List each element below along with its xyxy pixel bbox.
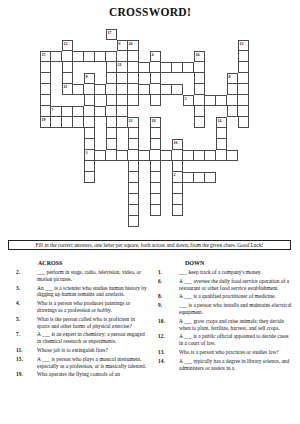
grid-cell[interactable]: 12 [62, 40, 73, 51]
clue-number: 12. [158, 333, 179, 347]
clue-text: An ___ is a scientist who studies human … [37, 285, 147, 299]
clue-number: 3. [16, 285, 37, 299]
grid-cell[interactable] [40, 84, 51, 95]
grid-cell[interactable]: 4 [150, 51, 161, 62]
cell-number: 12 [64, 41, 68, 46]
grid-cell[interactable] [73, 106, 84, 117]
grid-cell[interactable] [106, 73, 117, 84]
clue-number: 15. [16, 356, 37, 370]
grid-cell[interactable] [128, 84, 139, 95]
clue-number: 4. [16, 300, 37, 314]
grid-cell[interactable] [128, 51, 139, 62]
clue-text: ___ keep track of a company's money. [179, 269, 294, 276]
grid-cell[interactable] [161, 150, 172, 161]
grid-cell[interactable] [106, 117, 117, 128]
clue-text: A ___ is a qualified practitioner of med… [179, 293, 294, 300]
grid-cell[interactable] [150, 62, 161, 73]
grid-cell[interactable] [62, 62, 73, 73]
grid-cell[interactable] [227, 84, 238, 95]
down-clue: 6.A ___ oversee the daily food service o… [158, 278, 294, 292]
cell-number: 8 [229, 74, 231, 79]
grid-cell[interactable] [84, 128, 95, 139]
grid-cell[interactable] [183, 62, 194, 73]
grid-cell[interactable] [150, 95, 161, 106]
grid-cell[interactable] [194, 73, 205, 84]
grid-cell[interactable] [117, 117, 128, 128]
grid-cell[interactable] [128, 205, 139, 216]
grid-cell[interactable] [150, 73, 161, 84]
worksheet-page: CROSSWORD! 17126201315410219811571923181… [0, 0, 300, 424]
grid-cell[interactable] [117, 51, 128, 62]
grid-cell[interactable] [128, 216, 139, 227]
cell-number: 21 [118, 62, 122, 67]
grid-cell[interactable] [62, 117, 73, 128]
grid-cell[interactable] [172, 183, 183, 194]
grid-cell[interactable] [238, 84, 249, 95]
grid-cell[interactable] [150, 150, 161, 161]
grid-cell[interactable] [150, 161, 161, 172]
clue-text: A ___ is an expert in chemistry; a perso… [37, 331, 147, 345]
grid-cell[interactable]: 16 [172, 139, 183, 150]
grid-cell[interactable]: 6 [117, 40, 128, 51]
down-clue-list: 1.___ keep track of a company's money.6.… [158, 269, 294, 373]
clue-text: Who operates the flying controls of an [37, 371, 147, 378]
down-clue: 14.A ___ typically has a degree in libra… [158, 358, 294, 372]
grid-cell[interactable] [128, 172, 139, 183]
grid-cell[interactable] [238, 62, 249, 73]
grid-cell[interactable] [128, 194, 139, 205]
down-clue: 8.A ___ is a qualified practitioner of m… [158, 293, 294, 300]
grid-cell[interactable] [73, 51, 84, 62]
grid-cell[interactable] [161, 62, 172, 73]
grid-cell[interactable] [84, 51, 95, 62]
grid-cell[interactable] [51, 51, 62, 62]
grid-cell[interactable] [227, 150, 238, 161]
grid-cell[interactable] [117, 106, 128, 117]
grid-cell[interactable]: 19 [40, 117, 51, 128]
grid-cell[interactable] [150, 84, 161, 95]
across-clue: 11.Whose job is to extinguish fires? [16, 347, 147, 354]
across-clue: 2.___ perform in stage, radio, televisio… [16, 269, 147, 283]
grid-cell[interactable] [95, 106, 106, 117]
down-clue: 1.___ keep track of a company's money. [158, 269, 294, 276]
cell-number: 20 [129, 41, 133, 46]
clue-number: 5. [16, 316, 37, 330]
grid-cell[interactable] [106, 139, 117, 150]
grid-cell[interactable] [84, 84, 95, 95]
grid-cell[interactable] [238, 51, 249, 62]
grid-cell[interactable] [150, 128, 161, 139]
grid-cell[interactable] [117, 73, 128, 84]
grid-cell[interactable] [227, 95, 238, 106]
clue-text: What is the person called who is profici… [37, 316, 147, 330]
grid-cell[interactable] [73, 117, 84, 128]
grid-cell[interactable] [51, 117, 62, 128]
across-clue: 4.Who is a person who produces paintings… [16, 300, 147, 314]
grid-cell[interactable] [84, 106, 95, 117]
cell-number: 5 [185, 96, 187, 101]
clue-text: A ___ oversee the daily food service ope… [179, 278, 294, 292]
grid-cell[interactable]: 18 [150, 117, 161, 128]
grid-cell[interactable] [84, 139, 95, 150]
down-header: DOWN [185, 260, 204, 266]
grid-cell[interactable] [128, 73, 139, 84]
grid-cell[interactable] [106, 51, 117, 62]
across-header: ACROSS [38, 260, 62, 266]
grid-cell[interactable] [106, 62, 117, 73]
grid-cell[interactable] [172, 161, 183, 172]
clue-text: A ___ is a public official appointed to … [179, 333, 294, 347]
clue-number: 19. [16, 371, 37, 378]
grid-cell[interactable] [139, 150, 150, 161]
clue-number: 11. [16, 347, 37, 354]
cell-number: 11 [64, 84, 68, 89]
cell-number: 9 [86, 74, 88, 79]
grid-cell[interactable] [194, 150, 205, 161]
grid-cell[interactable] [40, 106, 51, 117]
across-clue: 15.A ___ is person who plays a musical i… [16, 356, 147, 370]
cell-number: 4 [152, 52, 154, 57]
clue-number: 6. [158, 278, 179, 292]
cell-number: 17 [108, 30, 112, 35]
grid-cell[interactable] [172, 205, 183, 216]
cell-number: 7 [52, 107, 54, 112]
grid-cell[interactable]: 20 [128, 40, 139, 51]
grid-cell[interactable] [150, 183, 161, 194]
down-clue: 12.A ___ is a public official appointed … [158, 333, 294, 347]
grid-cell[interactable] [128, 139, 139, 150]
cell-number: 19 [42, 117, 46, 122]
grid-cell[interactable] [150, 139, 161, 150]
grid-cell[interactable]: 5 [183, 95, 194, 106]
grid-cell[interactable] [84, 161, 95, 172]
clue-text: Who is a person who produces paintings o… [37, 300, 147, 314]
grid-cell[interactable] [84, 172, 95, 183]
grid-cell[interactable] [172, 194, 183, 205]
grid-cell[interactable] [172, 150, 183, 161]
cell-number: 23 [129, 118, 133, 123]
cell-number: 10 [196, 52, 200, 57]
grid-cell[interactable] [40, 62, 51, 73]
grid-cell[interactable] [161, 84, 172, 95]
grid-cell[interactable]: 8 [227, 73, 238, 84]
grid-cell[interactable] [106, 150, 117, 161]
grid-cell[interactable] [216, 150, 227, 161]
across-clue: 7.A ___ is an expert in chemistry; a per… [16, 331, 147, 345]
across-clue: 5.What is the person called who is profi… [16, 316, 147, 330]
grid-cell[interactable]: 9 [84, 73, 95, 84]
grid-cell[interactable]: 11 [62, 84, 73, 95]
cell-number: 16 [174, 140, 178, 145]
grid-cell[interactable] [62, 73, 73, 84]
grid-cell[interactable] [128, 95, 139, 106]
grid-cell[interactable]: 3 [84, 150, 95, 161]
clue-text: A ___ grow crops and raise animals; they… [179, 318, 294, 332]
grid-cell[interactable] [139, 84, 150, 95]
grid-cell[interactable]: 10 [194, 51, 205, 62]
clue-text: Who is a person who practices or studies… [179, 349, 294, 356]
clue-text: Whose job is to extinguish fires? [37, 347, 147, 354]
grid-cell[interactable] [84, 117, 95, 128]
clue-text: A ___ is person who plays a musical inst… [37, 356, 147, 370]
grid-cell[interactable]: 21 [117, 62, 128, 73]
across-clue: 19.Who operates the flying controls of a… [16, 371, 147, 378]
grid-cell[interactable] [216, 95, 227, 106]
grid-cell[interactable] [216, 128, 227, 139]
clue-number: 1. [158, 269, 179, 276]
grid-cell[interactable]: 13 [238, 40, 249, 51]
grid-cell[interactable] [150, 205, 161, 216]
grid-cell[interactable] [106, 106, 117, 117]
grid-cell[interactable] [238, 106, 249, 117]
grid-cell[interactable] [238, 95, 249, 106]
cell-number: 18 [152, 118, 156, 123]
clue-text: ___ perform in stage, radio, television,… [37, 269, 147, 283]
cell-number: 14 [218, 118, 222, 123]
clue-number: 7. [16, 331, 37, 345]
grid-cell[interactable] [150, 194, 161, 205]
grid-cell[interactable] [128, 128, 139, 139]
grid-cell[interactable] [194, 84, 205, 95]
grid-cell[interactable]: 14 [216, 117, 227, 128]
grid-cell[interactable] [117, 95, 128, 106]
grid-cell[interactable] [172, 84, 183, 95]
clue-number: 14. [158, 358, 179, 372]
clue-number: 10. [158, 318, 179, 332]
grid-cell[interactable] [205, 150, 216, 161]
cell-number: 15 [42, 52, 46, 57]
grid-cell[interactable]: 15 [40, 51, 51, 62]
grid-cell[interactable] [183, 150, 194, 161]
grid-cell[interactable] [194, 62, 205, 73]
grid-cell[interactable] [95, 84, 106, 95]
down-clue: 13.Who is a person who practices or stud… [158, 349, 294, 356]
grid-cell[interactable] [106, 128, 117, 139]
cell-number: 6 [119, 41, 121, 46]
cell-number: 2 [174, 172, 176, 177]
grid-cell[interactable] [172, 62, 183, 73]
cell-number: 3 [86, 150, 88, 155]
grid-cell[interactable] [194, 95, 205, 106]
grid-cell[interactable] [95, 150, 106, 161]
down-clue: 9.___ is a person who installs and maint… [158, 302, 294, 316]
grid-cell[interactable]: 23 [128, 117, 139, 128]
grid-cell[interactable] [194, 117, 205, 128]
grid-cell[interactable] [238, 117, 249, 128]
grid-cell[interactable] [73, 84, 84, 95]
grid-cell[interactable] [205, 95, 216, 106]
clue-text: A ___ typically has a degree in library … [179, 358, 294, 372]
crossword-grid: 1712620131541021981157192318141632 [40, 29, 260, 227]
instructions-banner: Fill in the correct answers, one letter … [8, 240, 291, 250]
grid-cell[interactable] [128, 183, 139, 194]
grid-cell[interactable] [194, 106, 205, 117]
grid-cell[interactable] [128, 62, 139, 73]
grid-cell[interactable] [216, 139, 227, 150]
grid-cell[interactable] [62, 106, 73, 117]
grid-cell[interactable] [117, 150, 128, 161]
grid-cell[interactable] [128, 150, 139, 161]
cell-number: 13 [240, 41, 244, 46]
grid-cell[interactable] [194, 172, 205, 183]
clue-number: 13. [158, 349, 179, 356]
grid-cell[interactable] [84, 95, 95, 106]
grid-cell[interactable] [227, 106, 238, 117]
page-title: CROSSWORD! [0, 6, 300, 18]
grid-cell[interactable] [150, 172, 161, 183]
clue-number: 8. [158, 293, 179, 300]
grid-cell[interactable]: 2 [172, 172, 183, 183]
grid-cell[interactable] [106, 95, 117, 106]
across-clue-list: 2.___ perform in stage, radio, televisio… [16, 269, 147, 380]
grid-cell[interactable] [205, 172, 216, 183]
grid-cell[interactable] [40, 95, 51, 106]
grid-cell[interactable]: 7 [51, 106, 62, 117]
grid-cell[interactable] [128, 161, 139, 172]
clue-number: 2. [16, 269, 37, 283]
grid-cell[interactable] [62, 51, 73, 62]
clue-number: 9. [158, 302, 179, 316]
grid-cell[interactable] [106, 84, 117, 95]
grid-cell[interactable] [40, 73, 51, 84]
clue-text: ___ is a person who installs and maintai… [179, 302, 294, 316]
grid-cell[interactable] [238, 73, 249, 84]
grid-cell[interactable] [183, 172, 194, 183]
grid-cell[interactable] [117, 84, 128, 95]
grid-cell[interactable]: 17 [106, 29, 117, 40]
grid-cell[interactable] [95, 51, 106, 62]
across-clue: 3.An ___ is a scientist who studies huma… [16, 285, 147, 299]
down-clue: 10.A ___ grow crops and raise animals; t… [158, 318, 294, 332]
grid-cell[interactable] [139, 62, 150, 73]
